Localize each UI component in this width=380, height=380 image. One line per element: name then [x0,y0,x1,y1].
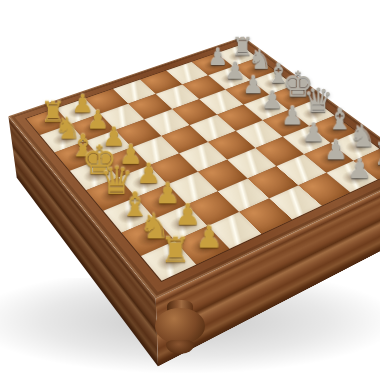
bun-foot-ball [155,308,205,344]
walnut-case-top: ♜♟♟♜♞♟♟♞♝♟♟♝♚♟♟♚♛♟♟♛♝♟♟♝♞♟♟♞♜♟♟♜ [8,37,380,299]
piece-white-rook-a1[interactable]: ♜ [137,233,214,268]
case-bun-foot [152,300,208,362]
bun-foot-base [166,340,194,354]
piece-black-pawn-a7[interactable]: ♟ [326,155,380,183]
square-a1[interactable]: ♜ [141,241,196,281]
chess-set-product-photo: ♜♟♟♜♞♟♟♞♝♟♟♝♚♟♟♚♛♟♟♛♝♟♟♝♞♟♟♞♜♟♟♜ [0,0,380,380]
